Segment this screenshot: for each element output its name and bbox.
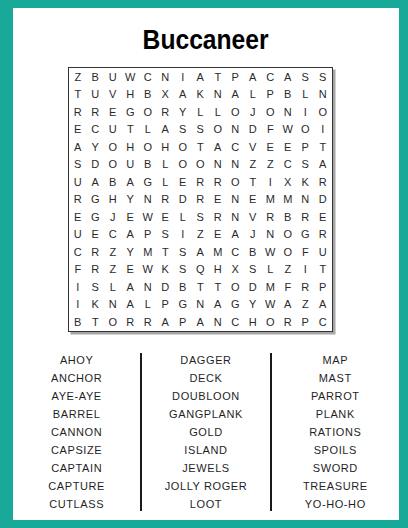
grid-cell-r8c3: H (104, 191, 122, 209)
grid-cell-r14c6: P (157, 296, 175, 314)
grid-cell-r8c11: E (244, 191, 262, 209)
grid-cell-r14c12: W (262, 296, 280, 314)
grid-cell-r6c10: N (227, 156, 245, 174)
grid-cell-r10c10: A (227, 226, 245, 244)
grid-cell-r14c5: L (139, 296, 157, 314)
word-item: PARROT (272, 387, 399, 405)
grid-cell-r6c12: Z (262, 156, 280, 174)
grid-cell-r7c10: O (227, 173, 245, 191)
grid-cell-r10c15: R (314, 226, 332, 244)
grid-cell-r14c8: N (192, 296, 210, 314)
grid-cell-r6c6: L (157, 156, 175, 174)
grid-cell-r5c15: T (314, 138, 332, 156)
grid-cell-r4c11: D (244, 121, 262, 139)
grid-cell-r6c2: D (87, 156, 105, 174)
grid-cell-r2c15: N (314, 86, 332, 104)
grid-cell-r7c8: R (192, 173, 210, 191)
grid-cell-r9c12: R (262, 208, 280, 226)
grid-cell-r5c5: O (139, 138, 157, 156)
grid-cell-r6c15: A (314, 156, 332, 174)
grid-cell-r13c10: O (227, 278, 245, 296)
grid-cell-r12c3: Z (104, 261, 122, 279)
word-item: SPOILS (272, 441, 399, 459)
grid-cell-r15c10: C (227, 313, 245, 331)
grid-cell-r13c15: P (314, 278, 332, 296)
grid-cell-r9c5: W (139, 208, 157, 226)
grid-cell-r1c14: S (297, 68, 315, 86)
word-item: CAPTAIN (13, 459, 140, 477)
grid-cell-r4c7: S (174, 121, 192, 139)
word-item: CAPTURE (13, 477, 140, 495)
grid-cell-r5c9: A (209, 138, 227, 156)
grid-cell-r8c2: G (87, 191, 105, 209)
grid-cell-r12c13: Z (279, 261, 297, 279)
grid-cell-r5c10: C (227, 138, 245, 156)
grid-cell-r8c12: M (262, 191, 280, 209)
grid-cell-r12c15: T (314, 261, 332, 279)
grid-cell-r2c2: U (87, 86, 105, 104)
grid-cell-r10c13: O (279, 226, 297, 244)
grid-cell-r6c13: C (279, 156, 297, 174)
grid-cell-r4c3: U (104, 121, 122, 139)
word-item: CANNON (13, 423, 140, 441)
grid-cell-r2c12: P (262, 86, 280, 104)
word-item: TREASURE (272, 477, 399, 495)
grid-cell-r8c4: Y (122, 191, 140, 209)
word-item: DECK (142, 369, 269, 387)
grid-cell-r13c7: B (174, 278, 192, 296)
grid-cell-r1c10: P (227, 68, 245, 86)
grid-cell-r15c12: O (262, 313, 280, 331)
grid-cell-r6c3: O (104, 156, 122, 174)
word-item: DAGGER (142, 351, 269, 369)
grid-cell-r12c14: I (297, 261, 315, 279)
grid-cell-r1c7: I (174, 68, 192, 86)
grid-cell-r4c14: O (297, 121, 315, 139)
grid-cell-r1c4: W (122, 68, 140, 86)
grid-cell-r15c15: C (314, 313, 332, 331)
grid-cell-r10c12: N (262, 226, 280, 244)
grid-cell-r3c13: N (279, 103, 297, 121)
grid-cell-r9c6: E (157, 208, 175, 226)
grid-cell-r3c1: R (69, 103, 87, 121)
grid-cell-r8c13: M (279, 191, 297, 209)
grid-cell-r11c12: W (262, 243, 280, 261)
grid-cell-r4c8: S (192, 121, 210, 139)
word-column-3: MAPMASTPARROTPLANKRATIONSSPOILSSWORDTREA… (272, 351, 399, 513)
puzzle-title-text: Buccaneer (143, 24, 269, 56)
grid-cell-r11c2: R (87, 243, 105, 261)
grid-cell-r13c8: T (192, 278, 210, 296)
grid-cell-r12c8: Q (192, 261, 210, 279)
word-item: ANCHOR (13, 369, 140, 387)
grid-cell-r7c2: A (87, 173, 105, 191)
grid-cell-r14c10: G (227, 296, 245, 314)
grid-cell-r11c3: Z (104, 243, 122, 261)
grid-cell-r6c14: S (297, 156, 315, 174)
grid-cell-r12c6: K (157, 261, 175, 279)
grid-cell-r2c5: B (139, 86, 157, 104)
grid-cell-r15c4: R (122, 313, 140, 331)
grid-cell-r2c4: H (122, 86, 140, 104)
grid-cell-r3c2: R (87, 103, 105, 121)
grid-cell-r11c14: F (297, 243, 315, 261)
grid-cell-r13c11: D (244, 278, 262, 296)
grid-cell-r12c1: F (69, 261, 87, 279)
grid-cell-r7c6: L (157, 173, 175, 191)
grid-cell-r5c7: O (174, 138, 192, 156)
grid-cell-r6c1: S (69, 156, 87, 174)
grid-cell-r7c9: R (209, 173, 227, 191)
grid-cell-r2c9: N (209, 86, 227, 104)
grid-cell-r3c12: O (262, 103, 280, 121)
grid-cell-r15c7: P (174, 313, 192, 331)
grid-cell-r5c11: V (244, 138, 262, 156)
grid-cell-r5c4: H (122, 138, 140, 156)
grid-cell-r7c12: I (262, 173, 280, 191)
grid-cell-r15c3: O (104, 313, 122, 331)
grid-cell-r15c13: R (279, 313, 297, 331)
word-item: CUTLASS (13, 495, 140, 513)
word-item: RATIONS (272, 423, 399, 441)
grid-cell-r8c14: N (297, 191, 315, 209)
grid-cell-r9c4: E (122, 208, 140, 226)
word-item: CAPSIZE (13, 441, 140, 459)
word-item: LOOT (142, 495, 269, 513)
letter-grid: ZBUWCNIATPACASSTUVHBXAKNALPBLNRREGORYLLO… (68, 67, 333, 332)
grid-cell-r5c8: T (192, 138, 210, 156)
grid-cell-r4c13: W (279, 121, 297, 139)
grid-cell-r2c10: A (227, 86, 245, 104)
grid-cell-r6c4: U (122, 156, 140, 174)
grid-cell-r4c9: O (209, 121, 227, 139)
grid-cell-r13c13: F (279, 278, 297, 296)
grid-cell-r1c11: A (244, 68, 262, 86)
grid-cell-r15c9: N (209, 313, 227, 331)
grid-cell-r8c8: R (192, 191, 210, 209)
grid-cell-r12c5: W (139, 261, 157, 279)
grid-cell-r1c5: C (139, 68, 157, 86)
grid-cell-r10c3: C (104, 226, 122, 244)
word-item: MAST (272, 369, 399, 387)
grid-cell-r12c11: S (244, 261, 262, 279)
grid-cell-r7c1: U (69, 173, 87, 191)
word-item: GOLD (142, 423, 269, 441)
grid-cell-r10c1: U (69, 226, 87, 244)
word-item: ISLAND (142, 441, 269, 459)
grid-cell-r9c2: G (87, 208, 105, 226)
grid-cell-r7c7: E (174, 173, 192, 191)
grid-cell-r13c1: I (69, 278, 87, 296)
grid-cell-r8c6: R (157, 191, 175, 209)
grid-cell-r15c5: R (139, 313, 157, 331)
word-item: JOLLY ROGER (142, 477, 269, 495)
grid-cell-r4c10: N (227, 121, 245, 139)
word-item: AHOY (13, 351, 140, 369)
grid-cell-r11c11: B (244, 243, 262, 261)
grid-cell-r5c12: E (262, 138, 280, 156)
grid-cell-r8c5: N (139, 191, 157, 209)
grid-cell-r4c1: E (69, 121, 87, 139)
word-item: JEWELS (142, 459, 269, 477)
grid-cell-r7c15: R (314, 173, 332, 191)
grid-cell-r4c12: F (262, 121, 280, 139)
grid-cell-r13c4: A (122, 278, 140, 296)
word-item: YO-HO-HO (272, 495, 399, 513)
grid-cell-r7c13: X (279, 173, 297, 191)
word-column-2: DAGGERDECKDOUBLOONGANGPLANKGOLDISLANDJEW… (142, 351, 269, 513)
grid-cell-r1c9: T (209, 68, 227, 86)
grid-cell-r1c1: Z (69, 68, 87, 86)
grid-cell-r2c8: K (192, 86, 210, 104)
word-item: AYE-AYE (13, 387, 140, 405)
grid-cell-r2c7: A (174, 86, 192, 104)
grid-cell-r11c1: C (69, 243, 87, 261)
worksheet-page: Buccaneer ZBUWCNIATPACASSTUVHBXAKNALPBLN… (0, 0, 408, 528)
grid-cell-r13c3: L (104, 278, 122, 296)
grid-cell-r7c5: G (139, 173, 157, 191)
puzzle-title: Buccaneer (13, 24, 399, 56)
grid-cell-r5c2: Y (87, 138, 105, 156)
grid-cell-r15c6: A (157, 313, 175, 331)
grid-cell-r13c6: D (157, 278, 175, 296)
grid-cell-r9c7: L (174, 208, 192, 226)
grid-cell-r13c9: T (209, 278, 227, 296)
grid-cell-r15c14: P (297, 313, 315, 331)
grid-cell-r11c4: Y (122, 243, 140, 261)
grid-cell-r8c9: E (209, 191, 227, 209)
grid-cell-r15c1: B (69, 313, 87, 331)
grid-cell-r1c3: U (104, 68, 122, 86)
grid-cell-r4c4: T (122, 121, 140, 139)
grid-cell-r6c7: O (174, 156, 192, 174)
grid-cell-r1c15: S (314, 68, 332, 86)
grid-cell-r5c13: E (279, 138, 297, 156)
grid-cell-r9c13: B (279, 208, 297, 226)
grid-cell-r13c14: R (297, 278, 315, 296)
grid-cell-r2c13: B (279, 86, 297, 104)
grid-cell-r6c11: Z (244, 156, 262, 174)
grid-cell-r10c2: E (87, 226, 105, 244)
grid-cell-r4c5: L (139, 121, 157, 139)
grid-cell-r3c7: Y (174, 103, 192, 121)
grid-cell-r5c14: P (297, 138, 315, 156)
word-item: GANGPLANK (142, 405, 269, 423)
grid-cell-r1c12: C (262, 68, 280, 86)
grid-cell-r8c1: R (69, 191, 87, 209)
grid-cell-r2c3: V (104, 86, 122, 104)
grid-cell-r11c10: C (227, 243, 245, 261)
grid-cell-r12c12: L (262, 261, 280, 279)
grid-cell-r7c14: K (297, 173, 315, 191)
grid-cell-r9c10: N (227, 208, 245, 226)
grid-cell-r9c14: R (297, 208, 315, 226)
grid-cell-r11c5: M (139, 243, 157, 261)
grid-cell-r9c11: V (244, 208, 262, 226)
grid-cell-r15c8: A (192, 313, 210, 331)
grid-cell-r3c9: L (209, 103, 227, 121)
grid-cell-r14c15: A (314, 296, 332, 314)
grid-cell-r9c1: E (69, 208, 87, 226)
grid-cell-r10c8: Z (192, 226, 210, 244)
grid-cell-r1c8: A (192, 68, 210, 86)
grid-cell-r11c8: A (192, 243, 210, 261)
grid-cell-r2c1: T (69, 86, 87, 104)
word-item: MAP (272, 351, 399, 369)
grid-cell-r1c2: B (87, 68, 105, 86)
word-item: SWORD (272, 459, 399, 477)
grid-cell-r7c11: T (244, 173, 262, 191)
grid-cell-r10c4: A (122, 226, 140, 244)
grid-cell-r11c6: T (157, 243, 175, 261)
grid-cell-r9c9: R (209, 208, 227, 226)
grid-cell-r12c2: R (87, 261, 105, 279)
grid-cell-r8c15: D (314, 191, 332, 209)
grid-cell-r14c3: N (104, 296, 122, 314)
grid-cell-r8c10: N (227, 191, 245, 209)
grid-cell-r10c14: G (297, 226, 315, 244)
grid-cell-r1c6: N (157, 68, 175, 86)
grid-cell-r11c15: U (314, 243, 332, 261)
grid-cell-r10c9: E (209, 226, 227, 244)
grid-cell-r14c2: K (87, 296, 105, 314)
grid-cell-r5c6: H (157, 138, 175, 156)
grid-cell-r14c13: A (279, 296, 297, 314)
grid-cell-r13c2: S (87, 278, 105, 296)
grid-cell-r13c12: M (262, 278, 280, 296)
grid-cell-r15c11: H (244, 313, 262, 331)
grid-cell-r4c6: A (157, 121, 175, 139)
word-item: PLANK (272, 405, 399, 423)
grid-cell-r10c7: I (174, 226, 192, 244)
grid-cell-r14c1: I (69, 296, 87, 314)
grid-cell-r11c7: S (174, 243, 192, 261)
grid-cell-r12c7: S (174, 261, 192, 279)
grid-cell-r11c9: M (209, 243, 227, 261)
grid-cell-r12c4: E (122, 261, 140, 279)
grid-cell-r3c15: O (314, 103, 332, 121)
word-item: BARREL (13, 405, 140, 423)
grid-cell-r9c3: J (104, 208, 122, 226)
grid-cell-r13c5: N (139, 278, 157, 296)
grid-cell-r10c6: S (157, 226, 175, 244)
grid-cell-r2c6: X (157, 86, 175, 104)
grid-cell-r8c7: D (174, 191, 192, 209)
word-column-1: AHOYANCHORAYE-AYEBARRELCANNONCAPSIZECAPT… (13, 351, 140, 513)
grid-cell-r14c4: A (122, 296, 140, 314)
grid-cell-r3c6: R (157, 103, 175, 121)
grid-cell-r3c14: I (297, 103, 315, 121)
grid-cell-r12c9: H (209, 261, 227, 279)
grid-cell-r1c13: A (279, 68, 297, 86)
grid-cell-r10c11: J (244, 226, 262, 244)
grid-cell-r3c3: E (104, 103, 122, 121)
grid-cell-r14c7: G (174, 296, 192, 314)
grid-cell-r11c13: O (279, 243, 297, 261)
word-list: AHOYANCHORAYE-AYEBARRELCANNONCAPSIZECAPT… (13, 351, 399, 513)
grid-cell-r3c8: L (192, 103, 210, 121)
grid-cell-r6c8: O (192, 156, 210, 174)
grid-cell-r5c3: O (104, 138, 122, 156)
grid-cell-r3c11: J (244, 103, 262, 121)
grid-cell-r14c11: Y (244, 296, 262, 314)
grid-cell-r4c15: I (314, 121, 332, 139)
grid-cell-r12c10: X (227, 261, 245, 279)
grid-cell-r6c9: N (209, 156, 227, 174)
grid-cell-r14c14: Z (297, 296, 315, 314)
grid-cell-r3c4: G (122, 103, 140, 121)
grid-cell-r5c1: A (69, 138, 87, 156)
grid-cell-r7c4: A (122, 173, 140, 191)
word-item: DOUBLOON (142, 387, 269, 405)
grid-cell-r15c2: T (87, 313, 105, 331)
grid-cell-r6c5: B (139, 156, 157, 174)
grid-cell-r10c5: P (139, 226, 157, 244)
grid-cell-r9c15: E (314, 208, 332, 226)
grid-cell-r3c5: O (139, 103, 157, 121)
grid-cell-r2c11: L (244, 86, 262, 104)
grid-cell-r14c9: A (209, 296, 227, 314)
grid-cell-r3c10: O (227, 103, 245, 121)
grid-cell-r7c3: B (104, 173, 122, 191)
grid-cell-r9c8: S (192, 208, 210, 226)
grid-cell-r2c14: L (297, 86, 315, 104)
grid-cell-r4c2: C (87, 121, 105, 139)
